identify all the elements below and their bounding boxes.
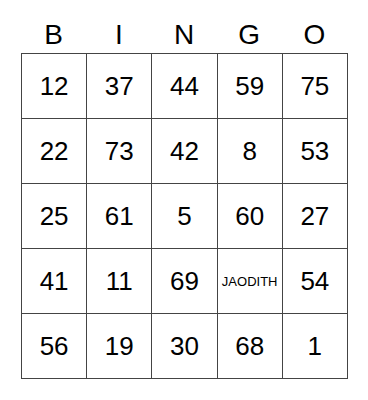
cell-r4c0[interactable]: 56: [22, 314, 87, 379]
cell-r2c0[interactable]: 25: [22, 184, 87, 249]
cell-r2c1[interactable]: 61: [87, 184, 152, 249]
cell-r1c1[interactable]: 73: [87, 119, 152, 184]
cell-r4c3[interactable]: 68: [218, 314, 283, 379]
cell-r1c4[interactable]: 53: [283, 119, 348, 184]
cell-r0c3[interactable]: 59: [218, 54, 283, 119]
cell-r4c4[interactable]: 1: [283, 314, 348, 379]
cell-r4c1[interactable]: 19: [87, 314, 152, 379]
cell-r4c2[interactable]: 30: [152, 314, 217, 379]
header-letter-g: G: [217, 17, 282, 53]
header-letter-n: N: [151, 17, 216, 53]
cell-r1c2[interactable]: 42: [152, 119, 217, 184]
cell-r0c4[interactable]: 75: [283, 54, 348, 119]
cell-r3c2[interactable]: 69: [152, 249, 217, 314]
cell-r1c3[interactable]: 8: [218, 119, 283, 184]
cell-r1c0[interactable]: 22: [22, 119, 87, 184]
bingo-board: 12 37 44 59 75 22 73 42 8 53 25 61 5 60 …: [21, 53, 348, 379]
cell-r2c2[interactable]: 5: [152, 184, 217, 249]
cell-r0c0[interactable]: 12: [22, 54, 87, 119]
cell-r0c2[interactable]: 44: [152, 54, 217, 119]
cell-r3c3-free-space[interactable]: JAODITH: [218, 249, 283, 314]
cell-r3c4[interactable]: 54: [283, 249, 348, 314]
header-letter-b: B: [21, 17, 86, 53]
bingo-card: B I N G O 12 37 44 59 75 22 73 42 8 53 2…: [0, 0, 368, 400]
header-letter-i: I: [86, 17, 151, 53]
cell-r0c1[interactable]: 37: [87, 54, 152, 119]
cell-r2c3[interactable]: 60: [218, 184, 283, 249]
cell-r3c0[interactable]: 41: [22, 249, 87, 314]
cell-r3c1[interactable]: 11: [87, 249, 152, 314]
bingo-card-inner: B I N G O 12 37 44 59 75 22 73 42 8 53 2…: [21, 17, 347, 379]
bingo-header-row: B I N G O: [21, 17, 347, 53]
cell-r2c4[interactable]: 27: [283, 184, 348, 249]
header-letter-o: O: [282, 17, 347, 53]
